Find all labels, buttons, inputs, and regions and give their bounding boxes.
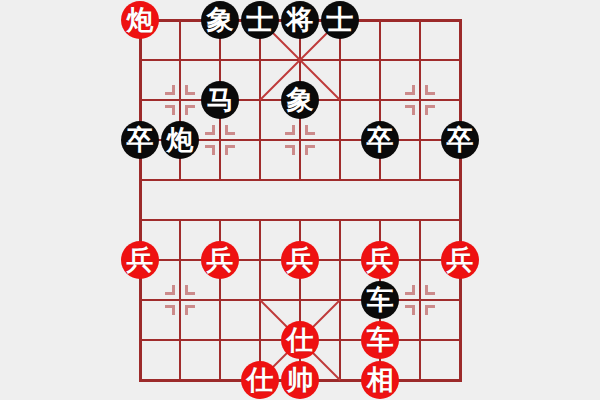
point-marker: [225, 125, 235, 135]
point-marker: [425, 285, 435, 295]
point-marker: [405, 285, 415, 295]
black-soldier[interactable]: 卒: [441, 121, 479, 159]
point-marker: [425, 85, 435, 95]
point-marker: [405, 85, 415, 95]
black-elephant[interactable]: 象: [281, 81, 319, 119]
point-marker: [185, 305, 195, 315]
red-soldier[interactable]: 兵: [441, 241, 479, 279]
point-marker: [185, 105, 195, 115]
red-chariot[interactable]: 车: [361, 321, 399, 359]
point-marker: [425, 305, 435, 315]
red-general[interactable]: 帅: [281, 361, 319, 399]
red-advisor[interactable]: 仕: [281, 321, 319, 359]
black-soldier[interactable]: 卒: [121, 121, 159, 159]
point-marker: [185, 285, 195, 295]
point-marker: [405, 105, 415, 115]
black-advisor[interactable]: 士: [241, 1, 279, 39]
red-cannon[interactable]: 炮: [121, 1, 159, 39]
point-marker: [225, 145, 235, 155]
point-marker: [165, 105, 175, 115]
black-chariot[interactable]: 车: [361, 281, 399, 319]
black-elephant[interactable]: 象: [201, 1, 239, 39]
red-advisor[interactable]: 仕: [241, 361, 279, 399]
red-soldier[interactable]: 兵: [361, 241, 399, 279]
point-marker: [205, 125, 215, 135]
red-elephant[interactable]: 相: [361, 361, 399, 399]
point-marker: [425, 105, 435, 115]
point-marker: [165, 85, 175, 95]
point-marker: [285, 125, 295, 135]
black-advisor[interactable]: 士: [321, 1, 359, 39]
point-marker: [165, 305, 175, 315]
point-marker: [405, 305, 415, 315]
red-soldier[interactable]: 兵: [201, 241, 239, 279]
point-marker: [205, 145, 215, 155]
point-marker: [285, 145, 295, 155]
black-general[interactable]: 将: [281, 1, 319, 39]
red-soldier[interactable]: 兵: [281, 241, 319, 279]
point-marker: [185, 85, 195, 95]
black-cannon[interactable]: 炮: [161, 121, 199, 159]
point-marker: [165, 285, 175, 295]
point-marker: [305, 145, 315, 155]
black-soldier[interactable]: 卒: [361, 121, 399, 159]
point-marker: [305, 125, 315, 135]
red-soldier[interactable]: 兵: [121, 241, 159, 279]
black-horse[interactable]: 马: [201, 81, 239, 119]
xiangqi-board: 炮象士将士马象卒炮卒卒兵兵兵兵兵车仕车仕帅相: [0, 0, 600, 400]
